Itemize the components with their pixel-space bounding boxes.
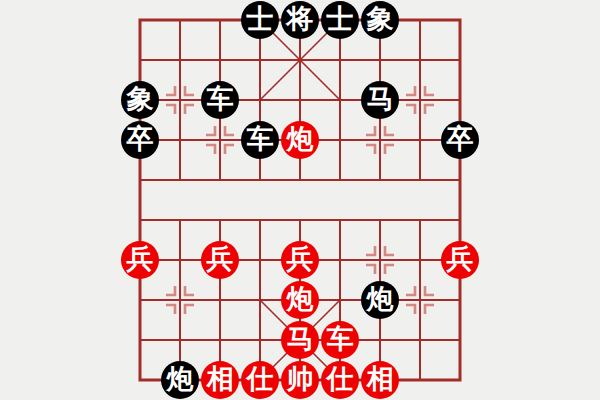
piece-red-soldier[interactable]: 兵	[201, 241, 239, 279]
piece-black-cannon[interactable]: 炮	[161, 361, 199, 399]
piece-glyph: 炮	[287, 126, 314, 153]
piece-red-soldier[interactable]: 兵	[281, 241, 319, 279]
piece-red-cannon[interactable]: 炮	[281, 281, 319, 319]
piece-glyph: 兵	[207, 246, 234, 273]
piece-glyph: 炮	[367, 286, 394, 313]
piece-black-chariot[interactable]: 车	[201, 81, 239, 119]
piece-glyph: 仕	[247, 366, 274, 393]
piece-glyph: 兵	[127, 246, 154, 273]
piece-glyph: 士	[247, 6, 274, 33]
piece-glyph: 兵	[287, 246, 314, 273]
piece-black-soldier[interactable]: 卒	[121, 121, 159, 159]
piece-red-elephant[interactable]: 相	[361, 361, 399, 399]
piece-glyph: 车	[327, 326, 354, 353]
xiangqi-board-canvas: 士将士象象车马卒车炮卒兵兵兵兵炮炮马车炮相仕帅仕相	[0, 0, 600, 400]
piece-black-elephant[interactable]: 象	[361, 1, 399, 39]
piece-red-horse[interactable]: 马	[281, 321, 319, 359]
piece-glyph: 相	[367, 366, 394, 393]
piece-red-advisor[interactable]: 仕	[241, 361, 279, 399]
piece-red-advisor[interactable]: 仕	[321, 361, 359, 399]
piece-glyph: 士	[327, 6, 354, 33]
piece-black-elephant[interactable]: 象	[121, 81, 159, 119]
piece-black-chariot[interactable]: 车	[241, 121, 279, 159]
piece-red-soldier[interactable]: 兵	[121, 241, 159, 279]
piece-black-general[interactable]: 将	[281, 1, 319, 39]
piece-glyph: 象	[127, 86, 154, 113]
piece-glyph: 车	[207, 86, 234, 113]
piece-red-general[interactable]: 帅	[281, 361, 319, 399]
piece-red-chariot[interactable]: 车	[321, 321, 359, 359]
piece-black-advisor[interactable]: 士	[321, 1, 359, 39]
piece-glyph: 卒	[127, 126, 154, 153]
piece-glyph: 仕	[327, 366, 354, 393]
piece-glyph: 兵	[447, 246, 474, 273]
piece-glyph: 相	[207, 366, 234, 393]
piece-red-soldier[interactable]: 兵	[441, 241, 479, 279]
piece-glyph: 炮	[287, 286, 314, 313]
piece-red-elephant[interactable]: 相	[201, 361, 239, 399]
piece-black-horse[interactable]: 马	[361, 81, 399, 119]
piece-glyph: 帅	[287, 366, 314, 393]
pieces-layer: 士将士象象车马卒车炮卒兵兵兵兵炮炮马车炮相仕帅仕相	[0, 0, 600, 400]
piece-glyph: 炮	[167, 366, 194, 393]
piece-glyph: 车	[247, 126, 274, 153]
piece-black-advisor[interactable]: 士	[241, 1, 279, 39]
piece-black-soldier[interactable]: 卒	[441, 121, 479, 159]
piece-glyph: 将	[287, 6, 314, 33]
piece-glyph: 马	[287, 326, 314, 353]
piece-glyph: 象	[367, 6, 394, 33]
piece-glyph: 卒	[447, 126, 474, 153]
piece-red-cannon[interactable]: 炮	[281, 121, 319, 159]
piece-black-cannon[interactable]: 炮	[361, 281, 399, 319]
piece-glyph: 马	[367, 86, 394, 113]
